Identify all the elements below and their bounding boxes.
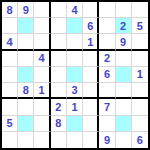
cell-r7c5-given-1[interactable]: 1 — [67, 99, 83, 115]
cell-r4c5-empty[interactable] — [67, 51, 83, 67]
cell-r3c6-given-1[interactable]: 1 — [83, 34, 99, 50]
cell-r9c4-empty[interactable] — [51, 132, 67, 148]
cell-r4c6-empty[interactable] — [83, 51, 99, 67]
cell-r7c8-empty[interactable] — [116, 99, 132, 115]
cell-r5c6-empty[interactable] — [83, 67, 99, 83]
cell-r7c9-empty[interactable] — [132, 99, 148, 115]
cell-r8c3-empty[interactable] — [34, 116, 50, 132]
cell-r4c2-empty[interactable] — [18, 51, 34, 67]
cell-r1c9-empty[interactable] — [132, 2, 148, 18]
cell-r3c7-empty[interactable] — [99, 34, 115, 50]
cell-r9c6-empty[interactable] — [83, 132, 99, 148]
cell-r1c6-empty[interactable] — [83, 2, 99, 18]
cell-r7c7-given-7[interactable]: 7 — [99, 99, 115, 115]
cell-r9c7-given-9[interactable]: 9 — [99, 132, 115, 148]
cell-r5c8-empty[interactable] — [116, 67, 132, 83]
cell-r6c4-empty[interactable] — [51, 83, 67, 99]
cell-r2c5-empty[interactable] — [67, 18, 83, 34]
cell-r2c6-given-6[interactable]: 6 — [83, 18, 99, 34]
cell-r7c2-empty[interactable] — [18, 99, 34, 115]
cell-r2c3-empty[interactable] — [34, 18, 50, 34]
cell-r4c9-empty[interactable] — [132, 51, 148, 67]
cell-r2c4-empty[interactable] — [51, 18, 67, 34]
cell-r6c6-empty[interactable] — [83, 83, 99, 99]
cell-r9c1-empty[interactable] — [2, 132, 18, 148]
sudoku-board: 89462541942618132175896 — [0, 0, 150, 150]
cell-r6c1-empty[interactable] — [2, 83, 18, 99]
cell-r8c9-empty[interactable] — [132, 116, 148, 132]
cell-r6c7-empty[interactable] — [99, 83, 115, 99]
cell-r8c7-empty[interactable] — [99, 116, 115, 132]
cell-r5c7-given-6[interactable]: 6 — [99, 67, 115, 83]
cell-r4c8-empty[interactable] — [116, 51, 132, 67]
cell-r6c3-given-1[interactable]: 1 — [34, 83, 50, 99]
cell-r6c5-given-3[interactable]: 3 — [67, 83, 83, 99]
cell-r9c2-empty[interactable] — [18, 132, 34, 148]
cell-r2c9-given-5[interactable]: 5 — [132, 18, 148, 34]
cell-r5c9-given-1[interactable]: 1 — [132, 67, 148, 83]
cell-r4c1-empty[interactable] — [2, 51, 18, 67]
cell-r8c4-given-8[interactable]: 8 — [51, 116, 67, 132]
cell-r5c1-empty[interactable] — [2, 67, 18, 83]
cell-r3c2-empty[interactable] — [18, 34, 34, 50]
cell-r3c8-given-9[interactable]: 9 — [116, 34, 132, 50]
cell-r5c2-empty[interactable] — [18, 67, 34, 83]
cell-r8c2-empty[interactable] — [18, 116, 34, 132]
cell-r5c4-empty[interactable] — [51, 67, 67, 83]
cell-r9c3-empty[interactable] — [34, 132, 50, 148]
cell-r3c9-empty[interactable] — [132, 34, 148, 50]
cell-r1c8-empty[interactable] — [116, 2, 132, 18]
cell-r1c2-given-9[interactable]: 9 — [18, 2, 34, 18]
cell-r3c5-empty[interactable] — [67, 34, 83, 50]
cell-r6c8-empty[interactable] — [116, 83, 132, 99]
cell-r1c4-empty[interactable] — [51, 2, 67, 18]
cell-r5c5-empty[interactable] — [67, 67, 83, 83]
cell-r1c5-given-4[interactable]: 4 — [67, 2, 83, 18]
cell-r4c3-given-4[interactable]: 4 — [34, 51, 50, 67]
cell-r6c2-given-8[interactable]: 8 — [18, 83, 34, 99]
cell-r9c5-empty[interactable] — [67, 132, 83, 148]
cell-r6c9-empty[interactable] — [132, 83, 148, 99]
cell-r1c7-empty[interactable] — [99, 2, 115, 18]
cell-r8c6-empty[interactable] — [83, 116, 99, 132]
cell-r5c3-empty[interactable] — [34, 67, 50, 83]
cell-r1c3-empty[interactable] — [34, 2, 50, 18]
cell-r7c3-empty[interactable] — [34, 99, 50, 115]
cell-r3c3-empty[interactable] — [34, 34, 50, 50]
cell-r9c9-given-6[interactable]: 6 — [132, 132, 148, 148]
cell-r4c7-given-2[interactable]: 2 — [99, 51, 115, 67]
cell-r7c6-empty[interactable] — [83, 99, 99, 115]
cell-r8c5-empty[interactable] — [67, 116, 83, 132]
cell-r9c8-empty[interactable] — [116, 132, 132, 148]
cell-r2c8-given-2[interactable]: 2 — [116, 18, 132, 34]
cell-r3c1-given-4[interactable]: 4 — [2, 34, 18, 50]
cell-r2c2-empty[interactable] — [18, 18, 34, 34]
cell-r2c1-empty[interactable] — [2, 18, 18, 34]
cell-r2c7-empty[interactable] — [99, 18, 115, 34]
cell-r3c4-empty[interactable] — [51, 34, 67, 50]
cell-r1c1-given-8[interactable]: 8 — [2, 2, 18, 18]
cell-r7c1-empty[interactable] — [2, 99, 18, 115]
cell-r7c4-given-2[interactable]: 2 — [51, 99, 67, 115]
cell-r4c4-empty[interactable] — [51, 51, 67, 67]
cell-r8c8-empty[interactable] — [116, 116, 132, 132]
cell-r8c1-given-5[interactable]: 5 — [2, 116, 18, 132]
